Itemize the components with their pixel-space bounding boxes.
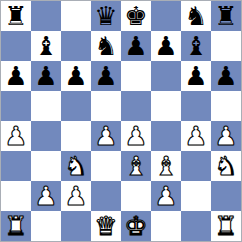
- black-pawn-piece: ♟: [94, 61, 117, 91]
- square-e5[interactable]: [121, 91, 151, 121]
- black-pawn-piece: ♟: [4, 61, 27, 91]
- square-b6[interactable]: ♟: [31, 61, 61, 91]
- black-knight-piece: ♞: [94, 31, 117, 61]
- square-b7[interactable]: ♝: [31, 31, 61, 61]
- square-b3[interactable]: [31, 151, 61, 181]
- square-g7[interactable]: ♝: [181, 31, 211, 61]
- white-pawn-piece: ♟: [64, 181, 87, 211]
- black-rook-piece: ♜: [214, 1, 237, 31]
- square-g8[interactable]: ♞: [181, 1, 211, 31]
- square-h7[interactable]: [211, 31, 241, 61]
- square-a4[interactable]: ♟: [1, 121, 31, 151]
- square-b8[interactable]: [31, 1, 61, 31]
- white-pawn-piece: ♟: [34, 181, 57, 211]
- square-e7[interactable]: ♟: [121, 31, 151, 61]
- square-a2[interactable]: [1, 181, 31, 211]
- square-c5[interactable]: [61, 91, 91, 121]
- square-a5[interactable]: [1, 91, 31, 121]
- square-g2[interactable]: [181, 181, 211, 211]
- square-c8[interactable]: [61, 1, 91, 31]
- square-b1[interactable]: [31, 211, 61, 241]
- square-e2[interactable]: [121, 181, 151, 211]
- square-d3[interactable]: [91, 151, 121, 181]
- square-e3[interactable]: ♝: [121, 151, 151, 181]
- white-pawn-piece: ♟: [4, 121, 27, 151]
- square-f7[interactable]: ♟: [151, 31, 181, 61]
- square-d6[interactable]: ♟: [91, 61, 121, 91]
- square-g4[interactable]: ♟: [181, 121, 211, 151]
- square-d2[interactable]: [91, 181, 121, 211]
- square-h1[interactable]: ♜: [211, 211, 241, 241]
- square-f8[interactable]: [151, 1, 181, 31]
- black-pawn-piece: ♟: [124, 31, 147, 61]
- black-queen-piece: ♛: [94, 1, 117, 31]
- square-c4[interactable]: [61, 121, 91, 151]
- square-d4[interactable]: ♟: [91, 121, 121, 151]
- square-f3[interactable]: ♝: [151, 151, 181, 181]
- square-d7[interactable]: ♞: [91, 31, 121, 61]
- square-d8[interactable]: ♛: [91, 1, 121, 31]
- square-f2[interactable]: ♟: [151, 181, 181, 211]
- square-d1[interactable]: ♛: [91, 211, 121, 241]
- square-f5[interactable]: [151, 91, 181, 121]
- square-c7[interactable]: [61, 31, 91, 61]
- square-a7[interactable]: [1, 31, 31, 61]
- white-rook-piece: ♜: [4, 211, 27, 241]
- square-f6[interactable]: [151, 61, 181, 91]
- white-knight-piece: ♞: [214, 151, 237, 181]
- square-c6[interactable]: ♟: [61, 61, 91, 91]
- square-a1[interactable]: ♜: [1, 211, 31, 241]
- square-h5[interactable]: [211, 91, 241, 121]
- square-e1[interactable]: ♚: [121, 211, 151, 241]
- square-e4[interactable]: ♟: [121, 121, 151, 151]
- white-bishop-piece: ♝: [124, 151, 147, 181]
- white-pawn-piece: ♟: [184, 121, 207, 151]
- square-c2[interactable]: ♟: [61, 181, 91, 211]
- white-queen-piece: ♛: [94, 211, 117, 241]
- square-h8[interactable]: ♜: [211, 1, 241, 31]
- black-pawn-piece: ♟: [154, 31, 177, 61]
- black-pawn-piece: ♟: [214, 61, 237, 91]
- square-d5[interactable]: [91, 91, 121, 121]
- square-g6[interactable]: ♟: [181, 61, 211, 91]
- white-bishop-piece: ♝: [154, 151, 177, 181]
- white-rook-piece: ♜: [214, 211, 237, 241]
- square-b4[interactable]: [31, 121, 61, 151]
- black-knight-piece: ♞: [184, 1, 207, 31]
- square-a6[interactable]: ♟: [1, 61, 31, 91]
- square-g1[interactable]: [181, 211, 211, 241]
- black-pawn-piece: ♟: [184, 61, 207, 91]
- white-king-piece: ♚: [124, 211, 147, 241]
- white-pawn-piece: ♟: [124, 121, 147, 151]
- white-knight-piece: ♞: [64, 151, 87, 181]
- square-b2[interactable]: ♟: [31, 181, 61, 211]
- square-a8[interactable]: ♜: [1, 1, 31, 31]
- white-pawn-piece: ♟: [214, 121, 237, 151]
- square-f1[interactable]: [151, 211, 181, 241]
- black-pawn-piece: ♟: [64, 61, 87, 91]
- white-pawn-piece: ♟: [94, 121, 117, 151]
- square-h3[interactable]: ♞: [211, 151, 241, 181]
- black-pawn-piece: ♟: [34, 61, 57, 91]
- square-f4[interactable]: [151, 121, 181, 151]
- square-e6[interactable]: [121, 61, 151, 91]
- square-c1[interactable]: [61, 211, 91, 241]
- square-g5[interactable]: [181, 91, 211, 121]
- chess-board: ♜♛♚♞♜♝♞♟♟♝♟♟♟♟♟♟♟♟♟♟♟♞♝♝♞♟♟♟♜♛♚♜: [0, 0, 242, 242]
- square-b5[interactable]: [31, 91, 61, 121]
- black-bishop-piece: ♝: [184, 31, 207, 61]
- square-e8[interactable]: ♚: [121, 1, 151, 31]
- square-h2[interactable]: [211, 181, 241, 211]
- square-a3[interactable]: [1, 151, 31, 181]
- square-c3[interactable]: ♞: [61, 151, 91, 181]
- black-bishop-piece: ♝: [34, 31, 57, 61]
- square-g3[interactable]: [181, 151, 211, 181]
- square-h6[interactable]: ♟: [211, 61, 241, 91]
- square-h4[interactable]: ♟: [211, 121, 241, 151]
- black-king-piece: ♚: [124, 1, 147, 31]
- black-rook-piece: ♜: [4, 1, 27, 31]
- white-pawn-piece: ♟: [154, 181, 177, 211]
